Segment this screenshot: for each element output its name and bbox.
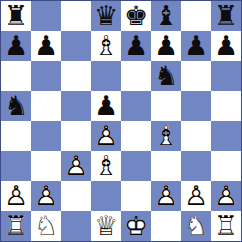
square-c8[interactable] <box>61 1 91 31</box>
square-d4[interactable]: ♟♙ <box>91 121 121 151</box>
piece-white-rook: ♜♖ <box>1 211 31 241</box>
black-knight-glyph: ♞ <box>151 61 181 91</box>
piece-white-queen: ♛♕ <box>91 211 121 241</box>
black-pawn-glyph: ♟ <box>151 31 181 61</box>
piece-black-pawn: ♟ <box>31 31 61 61</box>
square-h3[interactable] <box>211 151 241 181</box>
square-c4[interactable] <box>61 121 91 151</box>
piece-black-bishop: ♝ <box>151 1 181 31</box>
square-a4[interactable] <box>1 121 31 151</box>
piece-white-bishop: ♝♗ <box>151 121 181 151</box>
square-a5[interactable]: ♞ <box>1 91 31 121</box>
piece-white-knight: ♞♘ <box>31 211 61 241</box>
chess-board: ♜♛♚♝♜♟♟♝♗♟♟♟♟♞♞♟♟♙♝♗♟♙♝♗♟♙♟♙♟♙♟♙♟♙♜♖♞♘♛♕… <box>0 0 242 242</box>
white-pawn-outline-glyph: ♙ <box>61 151 91 181</box>
white-pawn-outline-glyph: ♙ <box>151 181 181 211</box>
square-b2[interactable]: ♟♙ <box>31 181 61 211</box>
piece-white-pawn: ♟♙ <box>151 181 181 211</box>
square-g4[interactable] <box>181 121 211 151</box>
white-pawn-outline-glyph: ♙ <box>31 181 61 211</box>
piece-white-knight: ♞♘ <box>181 211 211 241</box>
piece-black-pawn: ♟ <box>181 31 211 61</box>
white-pawn-outline-glyph: ♙ <box>91 121 121 151</box>
white-pawn-outline-glyph: ♙ <box>1 181 31 211</box>
black-pawn-glyph: ♟ <box>1 31 31 61</box>
piece-white-king: ♚♔ <box>121 211 151 241</box>
square-d6[interactable] <box>91 61 121 91</box>
white-bishop-outline-glyph: ♗ <box>91 151 121 181</box>
square-d1[interactable]: ♛♕ <box>91 211 121 241</box>
piece-black-king: ♚ <box>121 1 151 31</box>
piece-white-bishop: ♝♗ <box>91 151 121 181</box>
piece-white-pawn: ♟♙ <box>211 181 241 211</box>
square-a2[interactable]: ♟♙ <box>1 181 31 211</box>
square-e8[interactable]: ♚ <box>121 1 151 31</box>
square-c5[interactable] <box>61 91 91 121</box>
square-h1[interactable]: ♜♖ <box>211 211 241 241</box>
square-g1[interactable]: ♞♘ <box>181 211 211 241</box>
white-knight-outline-glyph: ♘ <box>31 211 61 241</box>
white-pawn-outline-glyph: ♙ <box>211 181 241 211</box>
square-c6[interactable] <box>61 61 91 91</box>
square-b7[interactable]: ♟ <box>31 31 61 61</box>
piece-black-pawn: ♟ <box>1 31 31 61</box>
square-c7[interactable] <box>61 31 91 61</box>
square-e5[interactable] <box>121 91 151 121</box>
square-d8[interactable]: ♛ <box>91 1 121 31</box>
square-c2[interactable] <box>61 181 91 211</box>
square-a7[interactable]: ♟ <box>1 31 31 61</box>
black-queen-glyph: ♛ <box>91 1 121 31</box>
piece-white-bishop: ♝♗ <box>91 31 121 61</box>
square-f8[interactable]: ♝ <box>151 1 181 31</box>
piece-white-rook: ♜♖ <box>211 211 241 241</box>
square-g3[interactable] <box>181 151 211 181</box>
piece-white-pawn: ♟♙ <box>31 181 61 211</box>
square-a8[interactable]: ♜ <box>1 1 31 31</box>
black-king-glyph: ♚ <box>121 1 151 31</box>
square-b1[interactable]: ♞♘ <box>31 211 61 241</box>
piece-black-pawn: ♟ <box>91 91 121 121</box>
square-h7[interactable]: ♟ <box>211 31 241 61</box>
square-e4[interactable] <box>121 121 151 151</box>
black-pawn-glyph: ♟ <box>121 31 151 61</box>
square-g2[interactable]: ♟♙ <box>181 181 211 211</box>
white-rook-outline-glyph: ♖ <box>1 211 31 241</box>
square-g6[interactable] <box>181 61 211 91</box>
square-b4[interactable] <box>31 121 61 151</box>
piece-black-pawn: ♟ <box>121 31 151 61</box>
square-d5[interactable]: ♟ <box>91 91 121 121</box>
square-f1[interactable] <box>151 211 181 241</box>
square-f2[interactable]: ♟♙ <box>151 181 181 211</box>
square-a6[interactable] <box>1 61 31 91</box>
square-h2[interactable]: ♟♙ <box>211 181 241 211</box>
piece-black-knight: ♞ <box>151 61 181 91</box>
black-pawn-glyph: ♟ <box>91 91 121 121</box>
square-e1[interactable]: ♚♔ <box>121 211 151 241</box>
square-h4[interactable] <box>211 121 241 151</box>
square-b6[interactable] <box>31 61 61 91</box>
square-g7[interactable]: ♟ <box>181 31 211 61</box>
white-rook-outline-glyph: ♖ <box>211 211 241 241</box>
square-h8[interactable]: ♜ <box>211 1 241 31</box>
piece-white-pawn: ♟♙ <box>61 151 91 181</box>
square-g8[interactable] <box>181 1 211 31</box>
square-e6[interactable] <box>121 61 151 91</box>
white-king-outline-glyph: ♔ <box>121 211 151 241</box>
square-f7[interactable]: ♟ <box>151 31 181 61</box>
square-b3[interactable] <box>31 151 61 181</box>
piece-white-pawn: ♟♙ <box>1 181 31 211</box>
white-queen-outline-glyph: ♕ <box>91 211 121 241</box>
piece-black-knight: ♞ <box>1 91 31 121</box>
square-d7[interactable]: ♝♗ <box>91 31 121 61</box>
square-e2[interactable] <box>121 181 151 211</box>
square-e7[interactable]: ♟ <box>121 31 151 61</box>
square-d3[interactable]: ♝♗ <box>91 151 121 181</box>
square-a1[interactable]: ♜♖ <box>1 211 31 241</box>
square-d2[interactable] <box>91 181 121 211</box>
black-pawn-glyph: ♟ <box>181 31 211 61</box>
black-rook-glyph: ♜ <box>211 1 241 31</box>
black-pawn-glyph: ♟ <box>211 31 241 61</box>
piece-black-rook: ♜ <box>211 1 241 31</box>
black-rook-glyph: ♜ <box>1 1 31 31</box>
white-pawn-outline-glyph: ♙ <box>181 181 211 211</box>
square-f3[interactable] <box>151 151 181 181</box>
white-bishop-outline-glyph: ♗ <box>91 31 121 61</box>
square-e3[interactable] <box>121 151 151 181</box>
piece-black-queen: ♛ <box>91 1 121 31</box>
square-h5[interactable] <box>211 91 241 121</box>
square-c3[interactable]: ♟♙ <box>61 151 91 181</box>
black-pawn-glyph: ♟ <box>31 31 61 61</box>
square-g5[interactable] <box>181 91 211 121</box>
piece-white-pawn: ♟♙ <box>91 121 121 151</box>
square-a3[interactable] <box>1 151 31 181</box>
square-f5[interactable] <box>151 91 181 121</box>
square-f6[interactable]: ♞ <box>151 61 181 91</box>
piece-black-pawn: ♟ <box>211 31 241 61</box>
square-b5[interactable] <box>31 91 61 121</box>
white-knight-outline-glyph: ♘ <box>181 211 211 241</box>
white-bishop-outline-glyph: ♗ <box>151 121 181 151</box>
black-bishop-glyph: ♝ <box>151 1 181 31</box>
piece-black-rook: ♜ <box>1 1 31 31</box>
black-knight-glyph: ♞ <box>1 91 31 121</box>
square-b8[interactable] <box>31 1 61 31</box>
piece-white-pawn: ♟♙ <box>181 181 211 211</box>
square-f4[interactable]: ♝♗ <box>151 121 181 151</box>
square-c1[interactable] <box>61 211 91 241</box>
square-h6[interactable] <box>211 61 241 91</box>
piece-black-pawn: ♟ <box>151 31 181 61</box>
